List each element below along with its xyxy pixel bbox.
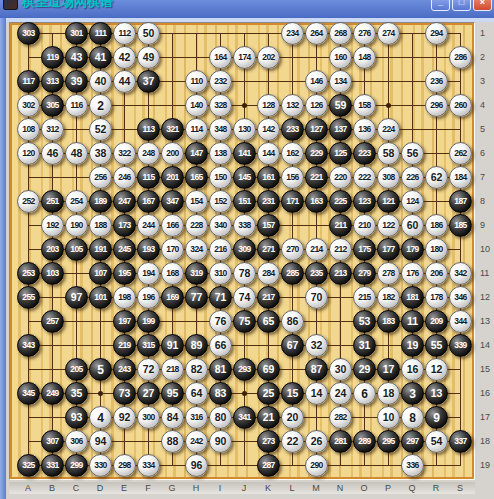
stone-R1: 294 xyxy=(425,22,448,45)
stone-M19: 290 xyxy=(305,454,328,477)
stone-O11: 279 xyxy=(353,262,376,285)
stone-R7: 62 xyxy=(425,166,448,189)
stone-C16: 35 xyxy=(65,382,88,405)
stone-B19: 331 xyxy=(41,454,64,477)
row-label-16: 16 xyxy=(480,388,494,398)
stone-B8: 251 xyxy=(41,190,64,213)
stone-Q18: 297 xyxy=(401,430,424,453)
stone-A3: 117 xyxy=(17,70,40,93)
stone-S8: 187 xyxy=(449,190,472,213)
stone-M18: 26 xyxy=(305,430,328,453)
stone-Q10: 179 xyxy=(401,238,424,261)
stone-D8: 189 xyxy=(89,190,112,213)
stone-Q13: 11 xyxy=(401,310,424,333)
stone-B4: 305 xyxy=(41,94,64,117)
stone-L1: 234 xyxy=(281,22,304,45)
stone-R13: 209 xyxy=(425,310,448,333)
stone-C2: 43 xyxy=(65,46,88,69)
go-board[interactable]: 3033011111125023426426827627429411943414… xyxy=(10,23,474,479)
stone-J2: 174 xyxy=(233,46,256,69)
stone-K17: 21 xyxy=(257,406,280,429)
column-label-K: K xyxy=(256,483,280,493)
stone-P6: 58 xyxy=(377,142,400,165)
stone-K8: 231 xyxy=(257,190,280,213)
stone-N5: 137 xyxy=(329,118,352,141)
row-label-12: 12 xyxy=(480,292,494,302)
stone-A12: 255 xyxy=(17,286,40,309)
stone-K10: 271 xyxy=(257,238,280,261)
stone-O16: 6 xyxy=(353,382,376,405)
stone-G18: 88 xyxy=(161,430,184,453)
stone-O10: 175 xyxy=(353,238,376,261)
stone-F12: 196 xyxy=(137,286,160,309)
row-label-3: 3 xyxy=(480,76,494,86)
stone-D1: 111 xyxy=(89,22,112,45)
stone-B9: 192 xyxy=(41,214,64,237)
column-label-P: P xyxy=(376,483,400,493)
stone-J9: 338 xyxy=(233,214,256,237)
stone-Q11: 176 xyxy=(401,262,424,285)
stone-I13: 76 xyxy=(209,310,232,333)
stone-R3: 236 xyxy=(425,70,448,93)
stone-H12: 77 xyxy=(185,286,208,309)
stone-L13: 86 xyxy=(281,310,304,333)
stone-C15: 205 xyxy=(65,358,88,381)
stone-I18: 90 xyxy=(209,430,232,453)
stone-E6: 322 xyxy=(113,142,136,165)
row-label-18: 18 xyxy=(480,436,494,446)
maximize-button[interactable]: □ xyxy=(452,0,471,11)
stone-O2: 148 xyxy=(353,46,376,69)
stone-P18: 295 xyxy=(377,430,400,453)
row-label-9: 9 xyxy=(480,220,494,230)
stone-H14: 89 xyxy=(185,334,208,357)
column-label-I: I xyxy=(208,483,232,493)
stone-Q19: 336 xyxy=(401,454,424,477)
stone-D19: 330 xyxy=(89,454,112,477)
stone-L4: 132 xyxy=(281,94,304,117)
stone-D4: 2 xyxy=(89,94,112,117)
stone-H10: 324 xyxy=(185,238,208,261)
stone-G6: 200 xyxy=(161,142,184,165)
stone-Q8: 124 xyxy=(401,190,424,213)
stone-J11: 78 xyxy=(233,262,256,285)
app-icon xyxy=(3,0,18,10)
stone-K19: 287 xyxy=(257,454,280,477)
row-label-11: 11 xyxy=(480,268,494,278)
stone-I8: 152 xyxy=(209,190,232,213)
stone-M3: 146 xyxy=(305,70,328,93)
stone-A14: 343 xyxy=(17,334,40,357)
titlebar[interactable]: 棋圣道场网棋谱 _ □ × xyxy=(0,0,494,19)
row-label-19: 19 xyxy=(480,460,494,470)
stone-F10: 193 xyxy=(137,238,160,261)
stone-I17: 80 xyxy=(209,406,232,429)
stone-F17: 300 xyxy=(137,406,160,429)
stone-I16: 83 xyxy=(209,382,232,405)
stone-G10: 170 xyxy=(161,238,184,261)
stone-Q12: 181 xyxy=(401,286,424,309)
stone-A19: 325 xyxy=(17,454,40,477)
stone-R16: 13 xyxy=(425,382,448,405)
stone-S9: 185 xyxy=(449,214,472,237)
stone-B18: 307 xyxy=(41,430,64,453)
column-label-C: C xyxy=(64,483,88,493)
stone-E16: 73 xyxy=(113,382,136,405)
column-label-H: H xyxy=(184,483,208,493)
stone-E14: 219 xyxy=(113,334,136,357)
stone-F3: 37 xyxy=(137,70,160,93)
stone-L18: 22 xyxy=(281,430,304,453)
stone-M14: 32 xyxy=(305,334,328,357)
column-label-J: J xyxy=(232,483,256,493)
stone-E2: 42 xyxy=(113,46,136,69)
stone-I12: 71 xyxy=(209,286,232,309)
row-label-8: 8 xyxy=(480,196,494,206)
stone-C18: 306 xyxy=(65,430,88,453)
stone-L16: 15 xyxy=(281,382,304,405)
stone-I14: 66 xyxy=(209,334,232,357)
star-point xyxy=(98,391,103,396)
star-point xyxy=(386,103,391,108)
minimize-button[interactable]: _ xyxy=(431,0,450,11)
stone-N16: 24 xyxy=(329,382,352,405)
stone-O9: 210 xyxy=(353,214,376,237)
stone-F5: 113 xyxy=(137,118,160,141)
stone-S12: 346 xyxy=(449,286,472,309)
stone-C1: 301 xyxy=(65,22,88,45)
stone-M6: 229 xyxy=(305,142,328,165)
stone-R10: 180 xyxy=(425,238,448,261)
stone-B3: 313 xyxy=(41,70,64,93)
stone-N8: 225 xyxy=(329,190,352,213)
stone-C8: 254 xyxy=(65,190,88,213)
stone-I2: 164 xyxy=(209,46,232,69)
stone-H11: 319 xyxy=(185,262,208,285)
stone-I15: 81 xyxy=(209,358,232,381)
stone-A4: 302 xyxy=(17,94,40,117)
stone-G14: 91 xyxy=(161,334,184,357)
stone-F1: 50 xyxy=(137,22,160,45)
stone-C10: 105 xyxy=(65,238,88,261)
stone-J17: 341 xyxy=(233,406,256,429)
stone-R4: 296 xyxy=(425,94,448,117)
stone-D10: 191 xyxy=(89,238,112,261)
stone-S7: 184 xyxy=(449,166,472,189)
stone-N3: 134 xyxy=(329,70,352,93)
stone-Q16: 3 xyxy=(401,382,424,405)
stone-O7: 222 xyxy=(353,166,376,189)
stone-H16: 64 xyxy=(185,382,208,405)
stone-O14: 31 xyxy=(353,334,376,357)
stone-B2: 119 xyxy=(41,46,64,69)
stone-O6: 223 xyxy=(353,142,376,165)
stone-I5: 348 xyxy=(209,118,232,141)
stone-P1: 274 xyxy=(377,22,400,45)
stone-O13: 53 xyxy=(353,310,376,333)
stone-P10: 177 xyxy=(377,238,400,261)
app-window: 棋圣道场网棋谱 _ □ × 30330111111250234264268276… xyxy=(0,0,494,499)
stone-P15: 17 xyxy=(377,358,400,381)
close-button[interactable]: × xyxy=(473,0,492,11)
column-label-N: N xyxy=(328,483,352,493)
stone-A8: 252 xyxy=(17,190,40,213)
column-label-R: R xyxy=(424,483,448,493)
stone-D11: 107 xyxy=(89,262,112,285)
stone-M16: 14 xyxy=(305,382,328,405)
stone-B11: 103 xyxy=(41,262,64,285)
stone-M12: 70 xyxy=(305,286,328,309)
stone-S4: 260 xyxy=(449,94,472,117)
stone-I4: 328 xyxy=(209,94,232,117)
stone-P13: 183 xyxy=(377,310,400,333)
stone-E12: 198 xyxy=(113,286,136,309)
stone-D3: 40 xyxy=(89,70,112,93)
stone-K5: 142 xyxy=(257,118,280,141)
stone-K6: 144 xyxy=(257,142,280,165)
stone-A16: 345 xyxy=(17,382,40,405)
stone-I11: 310 xyxy=(209,262,232,285)
column-label-B: B xyxy=(40,483,64,493)
stone-N17: 282 xyxy=(329,406,352,429)
stone-D17: 4 xyxy=(89,406,112,429)
stone-K16: 25 xyxy=(257,382,280,405)
stone-H17: 316 xyxy=(185,406,208,429)
stone-M7: 221 xyxy=(305,166,328,189)
stone-M11: 235 xyxy=(305,262,328,285)
stone-O5: 136 xyxy=(353,118,376,141)
stone-N15: 30 xyxy=(329,358,352,381)
stone-A1: 303 xyxy=(17,22,40,45)
stone-N9: 211 xyxy=(329,214,352,237)
stone-F11: 194 xyxy=(137,262,160,285)
stone-N10: 212 xyxy=(329,238,352,261)
stone-E3: 44 xyxy=(113,70,136,93)
stone-S2: 286 xyxy=(449,46,472,69)
stone-C3: 39 xyxy=(65,70,88,93)
column-label-L: L xyxy=(280,483,304,493)
stone-K7: 161 xyxy=(257,166,280,189)
column-label-M: M xyxy=(304,483,328,493)
stone-B16: 249 xyxy=(41,382,64,405)
stone-R15: 12 xyxy=(425,358,448,381)
stone-O18: 289 xyxy=(353,430,376,453)
stone-K9: 157 xyxy=(257,214,280,237)
column-label-S: S xyxy=(448,483,472,493)
stone-N1: 268 xyxy=(329,22,352,45)
stone-H3: 110 xyxy=(185,70,208,93)
stone-N7: 220 xyxy=(329,166,352,189)
stone-C12: 97 xyxy=(65,286,88,309)
stone-M8: 163 xyxy=(305,190,328,213)
stone-D6: 38 xyxy=(89,142,112,165)
stone-N2: 160 xyxy=(329,46,352,69)
stone-R9: 186 xyxy=(425,214,448,237)
stone-H6: 147 xyxy=(185,142,208,165)
column-label-O: O xyxy=(352,483,376,493)
star-point xyxy=(242,391,247,396)
stone-K18: 273 xyxy=(257,430,280,453)
stone-B10: 203 xyxy=(41,238,64,261)
stone-E13: 197 xyxy=(113,310,136,333)
stone-P7: 308 xyxy=(377,166,400,189)
row-label-14: 14 xyxy=(480,340,494,350)
stone-L6: 162 xyxy=(281,142,304,165)
row-label-10: 10 xyxy=(480,244,494,254)
stone-F2: 49 xyxy=(137,46,160,69)
stone-I3: 232 xyxy=(209,70,232,93)
stone-P11: 278 xyxy=(377,262,400,285)
stone-K13: 65 xyxy=(257,310,280,333)
stone-P9: 122 xyxy=(377,214,400,237)
row-label-17: 17 xyxy=(480,412,494,422)
stone-C17: 93 xyxy=(65,406,88,429)
stone-H19: 96 xyxy=(185,454,208,477)
stone-G7: 201 xyxy=(161,166,184,189)
stone-N11: 213 xyxy=(329,262,352,285)
stone-G12: 169 xyxy=(161,286,184,309)
stone-G9: 166 xyxy=(161,214,184,237)
stone-S6: 262 xyxy=(449,142,472,165)
stone-Q9: 60 xyxy=(401,214,424,237)
stone-L17: 20 xyxy=(281,406,304,429)
stone-P12: 182 xyxy=(377,286,400,309)
stone-B6: 46 xyxy=(41,142,64,165)
stone-D5: 52 xyxy=(89,118,112,141)
stone-H8: 154 xyxy=(185,190,208,213)
stone-G5: 321 xyxy=(161,118,184,141)
row-label-1: 1 xyxy=(480,28,494,38)
stone-D7: 256 xyxy=(89,166,112,189)
stone-F15: 72 xyxy=(137,358,160,381)
stone-N4: 59 xyxy=(329,94,352,117)
row-label-2: 2 xyxy=(480,52,494,62)
stone-J13: 75 xyxy=(233,310,256,333)
stone-L7: 156 xyxy=(281,166,304,189)
stone-C9: 190 xyxy=(65,214,88,237)
stone-G15: 218 xyxy=(161,358,184,381)
stone-A6: 120 xyxy=(17,142,40,165)
stone-E10: 245 xyxy=(113,238,136,261)
stone-I7: 150 xyxy=(209,166,232,189)
column-label-D: D xyxy=(88,483,112,493)
row-label-6: 6 xyxy=(480,148,494,158)
column-label-G: G xyxy=(160,483,184,493)
stone-J10: 309 xyxy=(233,238,256,261)
stone-H15: 82 xyxy=(185,358,208,381)
stone-N6: 125 xyxy=(329,142,352,165)
stone-K4: 128 xyxy=(257,94,280,117)
stone-F13: 199 xyxy=(137,310,160,333)
stone-M4: 126 xyxy=(305,94,328,117)
stone-G8: 347 xyxy=(161,190,184,213)
stone-E8: 247 xyxy=(113,190,136,213)
stone-G17: 84 xyxy=(161,406,184,429)
stone-P8: 121 xyxy=(377,190,400,213)
stone-K2: 202 xyxy=(257,46,280,69)
stone-Q6: 56 xyxy=(401,142,424,165)
stone-F8: 167 xyxy=(137,190,160,213)
stone-G16: 95 xyxy=(161,382,184,405)
row-label-4: 4 xyxy=(480,100,494,110)
stone-M1: 264 xyxy=(305,22,328,45)
stone-A11: 253 xyxy=(17,262,40,285)
stone-O4: 158 xyxy=(353,94,376,117)
stone-F19: 334 xyxy=(137,454,160,477)
stone-D15: 5 xyxy=(89,358,112,381)
stone-A5: 108 xyxy=(17,118,40,141)
stone-R17: 9 xyxy=(425,406,448,429)
stone-L11: 285 xyxy=(281,262,304,285)
column-label-Q: Q xyxy=(400,483,424,493)
stone-H4: 140 xyxy=(185,94,208,117)
stone-S11: 342 xyxy=(449,262,472,285)
stone-O1: 276 xyxy=(353,22,376,45)
stone-F16: 27 xyxy=(137,382,160,405)
stone-Q17: 8 xyxy=(401,406,424,429)
stone-J8: 151 xyxy=(233,190,256,213)
stone-O12: 215 xyxy=(353,286,376,309)
stone-E1: 112 xyxy=(113,22,136,45)
column-label-A: A xyxy=(16,483,40,493)
stone-S14: 339 xyxy=(449,334,472,357)
stone-P16: 18 xyxy=(377,382,400,405)
column-label-E: E xyxy=(112,483,136,493)
stone-K12: 217 xyxy=(257,286,280,309)
stone-O8: 123 xyxy=(353,190,376,213)
stone-J15: 293 xyxy=(233,358,256,381)
stone-L14: 67 xyxy=(281,334,304,357)
stone-O15: 29 xyxy=(353,358,376,381)
stone-H9: 228 xyxy=(185,214,208,237)
stone-E9: 173 xyxy=(113,214,136,237)
stone-B5: 312 xyxy=(41,118,64,141)
stone-H18: 242 xyxy=(185,430,208,453)
stone-E19: 298 xyxy=(113,454,136,477)
stone-K11: 284 xyxy=(257,262,280,285)
stone-L5: 233 xyxy=(281,118,304,141)
window-title: 棋圣道场网棋谱 xyxy=(22,0,113,11)
stone-F7: 115 xyxy=(137,166,160,189)
stone-E17: 92 xyxy=(113,406,136,429)
stone-C19: 299 xyxy=(65,454,88,477)
stone-D2: 41 xyxy=(89,46,112,69)
stone-F6: 248 xyxy=(137,142,160,165)
stone-E15: 243 xyxy=(113,358,136,381)
stone-E7: 246 xyxy=(113,166,136,189)
stone-M15: 87 xyxy=(305,358,328,381)
stone-Q15: 16 xyxy=(401,358,424,381)
stone-H5: 114 xyxy=(185,118,208,141)
stone-I6: 138 xyxy=(209,142,232,165)
stone-Q7: 226 xyxy=(401,166,424,189)
stone-L10: 270 xyxy=(281,238,304,261)
stone-R14: 55 xyxy=(425,334,448,357)
stone-R12: 178 xyxy=(425,286,448,309)
column-label-F: F xyxy=(136,483,160,493)
stone-N18: 281 xyxy=(329,430,352,453)
stone-I9: 340 xyxy=(209,214,232,237)
stone-D12: 101 xyxy=(89,286,112,309)
stone-J12: 74 xyxy=(233,286,256,309)
stone-J5: 130 xyxy=(233,118,256,141)
stone-H7: 165 xyxy=(185,166,208,189)
stone-R18: 54 xyxy=(425,430,448,453)
stone-C6: 48 xyxy=(65,142,88,165)
stone-E11: 195 xyxy=(113,262,136,285)
stone-P5: 224 xyxy=(377,118,400,141)
stone-K15: 69 xyxy=(257,358,280,381)
